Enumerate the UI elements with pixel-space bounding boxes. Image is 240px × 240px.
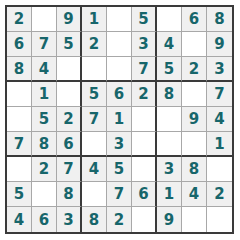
cell-r1c2[interactable]: [32, 7, 57, 32]
cell-r9c1[interactable]: 4: [7, 207, 32, 232]
cell-r6c3[interactable]: 6: [57, 132, 82, 157]
cell-r3c6[interactable]: 7: [132, 57, 157, 82]
cell-r2c1[interactable]: 6: [7, 32, 32, 57]
cell-r2c9[interactable]: 9: [207, 32, 232, 57]
cell-r8c5[interactable]: 7: [107, 182, 132, 207]
cell-r2c6[interactable]: 3: [132, 32, 157, 57]
cell-r3c4[interactable]: [82, 57, 107, 82]
cell-r9c3[interactable]: 3: [57, 207, 82, 232]
cell-r2c8[interactable]: [182, 32, 207, 57]
cell-r2c2[interactable]: 7: [32, 32, 57, 57]
cell-r4c7[interactable]: 8: [157, 82, 182, 107]
cell-r7c1[interactable]: [7, 157, 32, 182]
cell-r5c1[interactable]: [7, 107, 32, 132]
cell-r5c4[interactable]: 7: [82, 107, 107, 132]
cell-r6c7[interactable]: [157, 132, 182, 157]
cell-r4c6[interactable]: 2: [132, 82, 157, 107]
cell-r8c3[interactable]: 8: [57, 182, 82, 207]
cell-r1c4[interactable]: 1: [82, 7, 107, 32]
cell-r1c7[interactable]: [157, 7, 182, 32]
cell-r7c3[interactable]: 7: [57, 157, 82, 182]
cell-r7c9[interactable]: [207, 157, 232, 182]
cell-r5c7[interactable]: [157, 107, 182, 132]
cell-r4c9[interactable]: 7: [207, 82, 232, 107]
cell-r3c8[interactable]: 2: [182, 57, 207, 82]
cell-r5c3[interactable]: 2: [57, 107, 82, 132]
cell-r4c8[interactable]: [182, 82, 207, 107]
cell-r6c6[interactable]: [132, 132, 157, 157]
cell-r9c4[interactable]: 8: [82, 207, 107, 232]
cell-r5c6[interactable]: [132, 107, 157, 132]
cell-r9c8[interactable]: [182, 207, 207, 232]
cell-r8c6[interactable]: 6: [132, 182, 157, 207]
cell-r4c3[interactable]: [57, 82, 82, 107]
cell-r4c1[interactable]: [7, 82, 32, 107]
cell-r7c8[interactable]: 8: [182, 157, 207, 182]
cell-r1c5[interactable]: [107, 7, 132, 32]
cell-r1c8[interactable]: 6: [182, 7, 207, 32]
cell-r2c7[interactable]: 4: [157, 32, 182, 57]
cell-r8c8[interactable]: 4: [182, 182, 207, 207]
cell-r3c2[interactable]: 4: [32, 57, 57, 82]
cell-r7c5[interactable]: 5: [107, 157, 132, 182]
cell-r1c3[interactable]: 9: [57, 7, 82, 32]
cell-r6c8[interactable]: [182, 132, 207, 157]
cell-r9c9[interactable]: [207, 207, 232, 232]
cell-r8c7[interactable]: 1: [157, 182, 182, 207]
cell-r8c2[interactable]: [32, 182, 57, 207]
cell-r4c2[interactable]: 1: [32, 82, 57, 107]
cell-r3c3[interactable]: [57, 57, 82, 82]
cell-r9c2[interactable]: 6: [32, 207, 57, 232]
cell-r8c1[interactable]: 5: [7, 182, 32, 207]
cell-r3c7[interactable]: 5: [157, 57, 182, 82]
cell-r6c2[interactable]: 8: [32, 132, 57, 157]
cell-r6c1[interactable]: 7: [7, 132, 32, 157]
cell-r3c9[interactable]: 3: [207, 57, 232, 82]
cell-r7c4[interactable]: 4: [82, 157, 107, 182]
cell-r5c8[interactable]: 9: [182, 107, 207, 132]
cell-r7c2[interactable]: 2: [32, 157, 57, 182]
cell-r2c5[interactable]: [107, 32, 132, 57]
cell-r6c5[interactable]: 3: [107, 132, 132, 157]
cell-r8c4[interactable]: [82, 182, 107, 207]
cell-r2c3[interactable]: 5: [57, 32, 82, 57]
cell-r6c4[interactable]: [82, 132, 107, 157]
cell-r1c1[interactable]: 2: [7, 7, 32, 32]
cell-r5c9[interactable]: 4: [207, 107, 232, 132]
cell-r4c4[interactable]: 5: [82, 82, 107, 107]
cell-r6c9[interactable]: 1: [207, 132, 232, 157]
cell-r4c5[interactable]: 6: [107, 82, 132, 107]
cell-r5c2[interactable]: 5: [32, 107, 57, 132]
cell-r9c6[interactable]: [132, 207, 157, 232]
cell-r2c4[interactable]: 2: [82, 32, 107, 57]
cell-r1c9[interactable]: 8: [207, 7, 232, 32]
cell-r9c5[interactable]: 2: [107, 207, 132, 232]
cell-r5c5[interactable]: 1: [107, 107, 132, 132]
cell-r1c6[interactable]: 5: [132, 7, 157, 32]
cell-r3c5[interactable]: [107, 57, 132, 82]
cell-r7c7[interactable]: 3: [157, 157, 182, 182]
sudoku-board: 2915686752349847523156287527194786312745…: [5, 5, 234, 234]
cell-r3c1[interactable]: 8: [7, 57, 32, 82]
cell-r8c9[interactable]: 2: [207, 182, 232, 207]
cell-r7c6[interactable]: [132, 157, 157, 182]
cell-r9c7[interactable]: 9: [157, 207, 182, 232]
